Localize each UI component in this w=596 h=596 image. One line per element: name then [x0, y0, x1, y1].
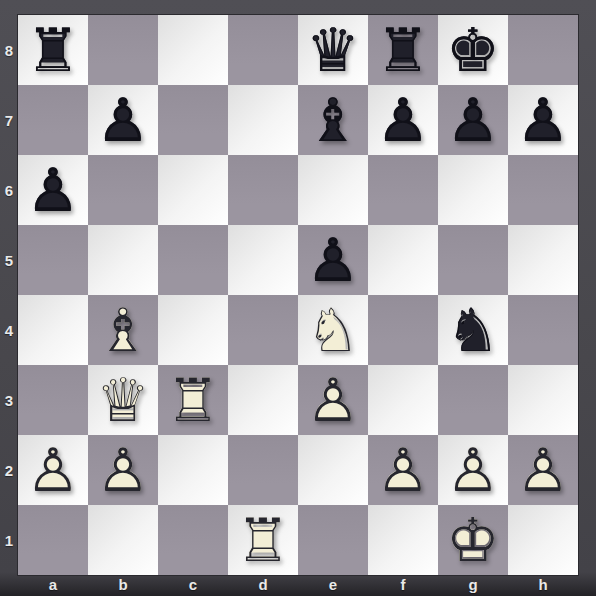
black-rook-f8[interactable]: ♜♖ [368, 15, 438, 85]
rank-label-5: 5 [0, 225, 18, 295]
pawn-glyph-outline: ♙ [298, 365, 368, 435]
pawn-glyph-outline: ♙ [298, 225, 368, 295]
king-glyph-outline: ♔ [438, 505, 508, 575]
square-f8[interactable]: ♜♖ [368, 15, 438, 85]
pawn-glyph-outline: ♙ [88, 435, 158, 505]
bishop-glyph-outline: ♗ [88, 295, 158, 365]
square-d8[interactable] [228, 15, 298, 85]
white-pawn-g2[interactable]: ♟♙ [438, 435, 508, 505]
square-f6[interactable] [368, 155, 438, 225]
square-d7[interactable] [228, 85, 298, 155]
rank-label-1: 1 [0, 505, 18, 575]
file-label-h: h [508, 575, 578, 594]
knight-glyph-outline: ♘ [438, 295, 508, 365]
rank-label-4: 4 [0, 295, 18, 365]
square-c1[interactable] [158, 505, 228, 575]
white-king-g1[interactable]: ♚♔ [438, 505, 508, 575]
square-b6[interactable] [88, 155, 158, 225]
rank-label-7: 7 [0, 85, 18, 155]
square-e1[interactable] [298, 505, 368, 575]
square-h1[interactable] [508, 505, 578, 575]
pawn-glyph-outline: ♙ [438, 435, 508, 505]
file-label-g: g [438, 575, 508, 594]
square-c8[interactable] [158, 15, 228, 85]
knight-glyph-outline: ♘ [298, 295, 368, 365]
square-a4[interactable] [18, 295, 88, 365]
square-b7[interactable]: ♟♙ [88, 85, 158, 155]
square-a2[interactable]: ♟♙ [18, 435, 88, 505]
square-a5[interactable] [18, 225, 88, 295]
square-g8[interactable]: ♚♔ [438, 15, 508, 85]
rank-label-2: 2 [0, 435, 18, 505]
pawn-glyph-outline: ♙ [438, 85, 508, 155]
square-a8[interactable]: ♜♖ [18, 15, 88, 85]
square-g2[interactable]: ♟♙ [438, 435, 508, 505]
pawn-glyph-outline: ♙ [18, 155, 88, 225]
black-pawn-g7[interactable]: ♟♙ [438, 85, 508, 155]
black-pawn-h7[interactable]: ♟♙ [508, 85, 578, 155]
black-bishop-e7[interactable]: ♝♗ [298, 85, 368, 155]
queen-glyph-outline: ♕ [88, 365, 158, 435]
queen-glyph-outline: ♕ [298, 15, 368, 85]
square-c4[interactable] [158, 295, 228, 365]
rank-label-3: 3 [0, 365, 18, 435]
black-king-g8[interactable]: ♚♔ [438, 15, 508, 85]
square-a7[interactable] [18, 85, 88, 155]
square-c2[interactable] [158, 435, 228, 505]
black-pawn-f7[interactable]: ♟♙ [368, 85, 438, 155]
square-b4[interactable]: ♝♗ [88, 295, 158, 365]
chess-board-frame: 87654321 ♜♖♛♕♜♖♚♔♟♙♝♗♟♙♟♙♟♙♟♙♟♙♝♗♞♘♞♘♛♕♜… [0, 0, 596, 596]
pawn-glyph-outline: ♙ [88, 85, 158, 155]
white-rook-c3[interactable]: ♜♖ [158, 365, 228, 435]
rook-glyph-outline: ♖ [158, 365, 228, 435]
white-queen-b3[interactable]: ♛♕ [88, 365, 158, 435]
square-c7[interactable] [158, 85, 228, 155]
file-label-a: a [18, 575, 88, 594]
pawn-glyph-outline: ♙ [508, 85, 578, 155]
square-d4[interactable] [228, 295, 298, 365]
square-b1[interactable] [88, 505, 158, 575]
black-pawn-a6[interactable]: ♟♙ [18, 155, 88, 225]
square-c3[interactable]: ♜♖ [158, 365, 228, 435]
square-g7[interactable]: ♟♙ [438, 85, 508, 155]
square-e6[interactable] [298, 155, 368, 225]
square-h2[interactable]: ♟♙ [508, 435, 578, 505]
square-h7[interactable]: ♟♙ [508, 85, 578, 155]
black-pawn-b7[interactable]: ♟♙ [88, 85, 158, 155]
square-e8[interactable]: ♛♕ [298, 15, 368, 85]
square-f3[interactable] [368, 365, 438, 435]
pawn-glyph-outline: ♙ [368, 85, 438, 155]
bishop-glyph-outline: ♗ [298, 85, 368, 155]
square-e3[interactable]: ♟♙ [298, 365, 368, 435]
rank-label-6: 6 [0, 155, 18, 225]
square-c6[interactable] [158, 155, 228, 225]
white-pawn-f2[interactable]: ♟♙ [368, 435, 438, 505]
square-d3[interactable] [228, 365, 298, 435]
square-b2[interactable]: ♟♙ [88, 435, 158, 505]
file-labels: abcdefgh [18, 575, 578, 594]
rank-label-8: 8 [0, 15, 18, 85]
white-pawn-h2[interactable]: ♟♙ [508, 435, 578, 505]
square-b3[interactable]: ♛♕ [88, 365, 158, 435]
square-e2[interactable] [298, 435, 368, 505]
square-f2[interactable]: ♟♙ [368, 435, 438, 505]
white-pawn-b2[interactable]: ♟♙ [88, 435, 158, 505]
square-f7[interactable]: ♟♙ [368, 85, 438, 155]
file-label-e: e [298, 575, 368, 594]
square-f5[interactable] [368, 225, 438, 295]
file-label-f: f [368, 575, 438, 594]
white-pawn-e3[interactable]: ♟♙ [298, 365, 368, 435]
square-h5[interactable] [508, 225, 578, 295]
file-label-c: c [158, 575, 228, 594]
black-pawn-e5[interactable]: ♟♙ [298, 225, 368, 295]
square-h3[interactable] [508, 365, 578, 435]
square-d5[interactable] [228, 225, 298, 295]
square-b5[interactable] [88, 225, 158, 295]
rook-glyph-outline: ♖ [18, 15, 88, 85]
square-d6[interactable] [228, 155, 298, 225]
king-glyph-outline: ♔ [438, 15, 508, 85]
rook-glyph-outline: ♖ [228, 505, 298, 575]
square-f1[interactable] [368, 505, 438, 575]
black-rook-a8[interactable]: ♜♖ [18, 15, 88, 85]
square-f4[interactable] [368, 295, 438, 365]
square-a6[interactable]: ♟♙ [18, 155, 88, 225]
square-g6[interactable] [438, 155, 508, 225]
square-c5[interactable] [158, 225, 228, 295]
pawn-glyph-outline: ♙ [18, 435, 88, 505]
square-g3[interactable] [438, 365, 508, 435]
square-g1[interactable]: ♚♔ [438, 505, 508, 575]
square-g4[interactable]: ♞♘ [438, 295, 508, 365]
black-queen-e8[interactable]: ♛♕ [298, 15, 368, 85]
square-h6[interactable] [508, 155, 578, 225]
square-d2[interactable] [228, 435, 298, 505]
square-h4[interactable] [508, 295, 578, 365]
file-label-d: d [228, 575, 298, 594]
square-e5[interactable]: ♟♙ [298, 225, 368, 295]
square-a1[interactable] [18, 505, 88, 575]
square-d1[interactable]: ♜♖ [228, 505, 298, 575]
square-g5[interactable] [438, 225, 508, 295]
black-knight-g4[interactable]: ♞♘ [438, 295, 508, 365]
square-h8[interactable] [508, 15, 578, 85]
rank-labels: 87654321 [0, 15, 18, 575]
square-e4[interactable]: ♞♘ [298, 295, 368, 365]
white-bishop-b4[interactable]: ♝♗ [88, 295, 158, 365]
file-label-b: b [88, 575, 158, 594]
white-knight-e4[interactable]: ♞♘ [298, 295, 368, 365]
chess-board: ♜♖♛♕♜♖♚♔♟♙♝♗♟♙♟♙♟♙♟♙♟♙♝♗♞♘♞♘♛♕♜♖♟♙♟♙♟♙♟♙… [18, 15, 578, 575]
square-e7[interactable]: ♝♗ [298, 85, 368, 155]
white-pawn-a2[interactable]: ♟♙ [18, 435, 88, 505]
square-b8[interactable] [88, 15, 158, 85]
pawn-glyph-outline: ♙ [368, 435, 438, 505]
square-a3[interactable] [18, 365, 88, 435]
white-rook-d1[interactable]: ♜♖ [228, 505, 298, 575]
pawn-glyph-outline: ♙ [508, 435, 578, 505]
rook-glyph-outline: ♖ [368, 15, 438, 85]
